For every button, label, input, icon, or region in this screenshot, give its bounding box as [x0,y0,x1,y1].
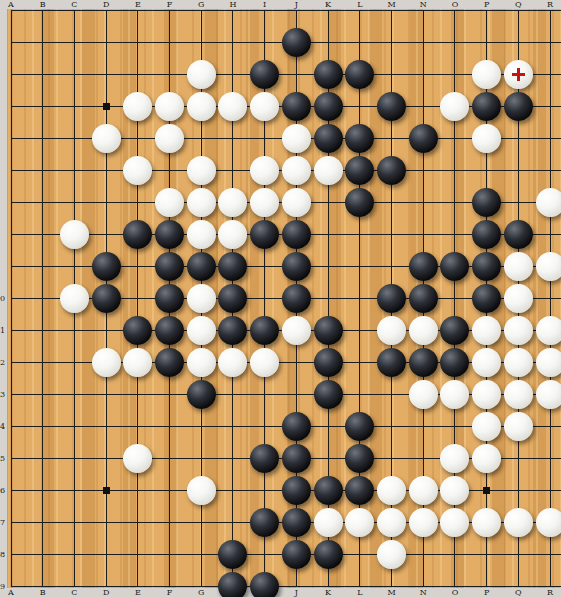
black-stone [282,540,311,569]
black-stone [377,348,406,377]
star-point [103,487,110,494]
black-stone [472,188,501,217]
column-label-top: B [37,0,49,9]
white-stone [377,508,406,537]
column-label-top: A [5,0,17,9]
black-stone [409,348,438,377]
white-stone [536,252,561,281]
white-stone [92,348,121,377]
last-move-marker [512,68,525,81]
white-stone [409,508,438,537]
column-label-top: K [322,0,334,9]
white-stone [250,156,279,185]
black-stone [282,220,311,249]
white-stone [187,60,216,89]
column-label-top: C [68,0,80,9]
white-stone [218,188,247,217]
black-stone [92,252,121,281]
row-label-left: 5 [0,454,8,463]
black-stone [155,348,184,377]
column-label-bottom: R [544,588,556,597]
white-stone [472,380,501,409]
white-stone [440,380,469,409]
white-stone [345,508,374,537]
white-stone [472,60,501,89]
black-stone [123,220,152,249]
white-stone [187,348,216,377]
white-stone [314,508,343,537]
column-label-bottom: B [37,588,49,597]
white-stone [282,188,311,217]
marker-bar [512,73,525,76]
white-stone [409,380,438,409]
column-label-bottom: J [290,588,302,597]
white-stone [377,476,406,505]
row-label-left: 4 [0,422,8,431]
black-stone [314,380,343,409]
white-stone [218,92,247,121]
white-stone [504,316,533,345]
white-stone [187,92,216,121]
white-stone [504,284,533,313]
white-stone [504,348,533,377]
row-label-left: 0 [0,294,8,303]
black-stone [345,476,374,505]
black-stone [250,316,279,345]
black-stone [345,124,374,153]
black-stone [218,540,247,569]
white-stone [472,444,501,473]
white-stone [250,348,279,377]
column-label-top: O [449,0,461,9]
black-stone [345,188,374,217]
white-stone [536,348,561,377]
column-label-top: Q [512,0,524,9]
row-label-left: 3 [0,390,8,399]
black-stone [250,572,279,597]
row-label-left: 6 [0,486,8,495]
white-stone [377,540,406,569]
black-stone [314,348,343,377]
black-stone [409,252,438,281]
column-label-top: J [290,0,302,9]
column-label-bottom: C [68,588,80,597]
black-stone [314,92,343,121]
black-stone [314,476,343,505]
black-stone [282,92,311,121]
white-stone [472,508,501,537]
black-stone [377,284,406,313]
white-stone [536,316,561,345]
column-label-bottom: O [449,588,461,597]
row-label-left: 7 [0,518,8,527]
row-label-left: 9 [0,582,8,591]
column-label-top: E [132,0,144,9]
white-stone [92,124,121,153]
black-stone [155,284,184,313]
row-label-left: 8 [0,550,8,559]
black-stone [409,124,438,153]
white-stone [123,348,152,377]
black-stone [345,156,374,185]
star-point [483,487,490,494]
column-label-bottom: K [322,588,334,597]
white-stone [314,156,343,185]
black-stone [155,252,184,281]
row-label-left: 2 [0,358,8,367]
black-stone [282,252,311,281]
black-stone [472,252,501,281]
black-stone [250,444,279,473]
column-label-bottom: E [132,588,144,597]
black-stone [409,284,438,313]
black-stone [472,92,501,121]
black-stone [218,252,247,281]
black-stone [504,92,533,121]
white-stone [504,508,533,537]
white-stone [155,188,184,217]
white-stone [377,316,406,345]
white-stone [409,316,438,345]
white-stone [536,508,561,537]
black-stone [345,444,374,473]
black-stone [282,476,311,505]
white-stone [187,316,216,345]
white-stone [187,476,216,505]
black-stone [282,412,311,441]
white-stone [440,508,469,537]
white-stone [409,476,438,505]
column-label-bottom: M [386,588,398,597]
white-stone [472,348,501,377]
bottom-coordinate-gutter [0,588,561,597]
white-stone [440,92,469,121]
column-label-top: N [417,0,429,9]
black-stone [92,284,121,313]
column-label-top: I [259,0,271,9]
white-stone [472,412,501,441]
white-stone [123,156,152,185]
column-label-bottom: F [164,588,176,597]
black-stone [218,284,247,313]
white-stone [440,444,469,473]
column-label-top: L [354,0,366,9]
black-stone [250,60,279,89]
go-board-window: ABCDEFGHIJKLMNOPQRABCDEFGHIJKLMNOPQR0123… [0,0,561,597]
black-stone [155,220,184,249]
column-label-top: M [386,0,398,9]
white-stone [472,316,501,345]
white-stone [155,92,184,121]
white-stone [155,124,184,153]
black-stone [472,220,501,249]
white-stone [123,92,152,121]
black-stone [440,348,469,377]
black-stone [282,28,311,57]
black-stone [472,284,501,313]
white-stone [472,124,501,153]
black-stone [377,92,406,121]
row-label-left: 1 [0,326,8,335]
white-stone [187,220,216,249]
black-stone [187,252,216,281]
white-stone [282,124,311,153]
column-label-bottom: Q [512,588,524,597]
black-stone [314,124,343,153]
column-label-bottom: N [417,588,429,597]
white-stone [504,252,533,281]
black-stone [218,316,247,345]
white-stone [218,348,247,377]
black-stone [187,380,216,409]
top-coordinate-gutter [0,0,561,9]
white-stone [218,220,247,249]
column-label-top: D [100,0,112,9]
star-point [103,103,110,110]
black-stone [282,444,311,473]
column-label-top: H [227,0,239,9]
black-stone [250,220,279,249]
black-stone [250,508,279,537]
black-stone [504,220,533,249]
black-stone [282,508,311,537]
white-stone [250,188,279,217]
black-stone [345,60,374,89]
black-stone [440,316,469,345]
white-stone [536,188,561,217]
column-label-top: P [481,0,493,9]
column-label-top: G [195,0,207,9]
white-stone [187,156,216,185]
column-label-bottom: L [354,588,366,597]
black-stone [377,156,406,185]
column-label-bottom: D [100,588,112,597]
column-label-top: R [544,0,556,9]
white-stone [250,92,279,121]
white-stone [60,284,89,313]
black-stone [314,540,343,569]
white-stone [504,380,533,409]
column-label-top: F [164,0,176,9]
white-stone [187,284,216,313]
black-stone [282,284,311,313]
black-stone [123,316,152,345]
white-stone [123,444,152,473]
black-stone [314,60,343,89]
grid-line [11,586,561,587]
black-stone [314,316,343,345]
black-stone [155,316,184,345]
black-stone [440,252,469,281]
white-stone [60,220,89,249]
white-stone [440,476,469,505]
black-stone [345,412,374,441]
column-label-bottom: P [481,588,493,597]
white-stone [282,316,311,345]
white-stone [536,380,561,409]
white-stone [282,156,311,185]
white-stone [187,188,216,217]
grid-line [11,10,561,11]
white-stone [504,412,533,441]
column-label-bottom: G [195,588,207,597]
